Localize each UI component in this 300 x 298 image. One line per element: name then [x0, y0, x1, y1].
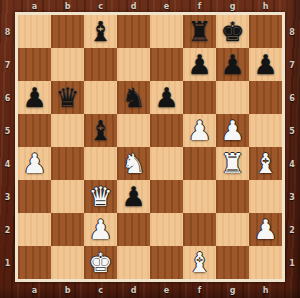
- piece-black-pawn[interactable]: ♟: [121, 180, 145, 213]
- square-e4[interactable]: [150, 147, 183, 180]
- piece-black-bishop[interactable]: ♝: [88, 15, 112, 48]
- square-h4[interactable]: ♝: [249, 147, 282, 180]
- piece-black-pawn[interactable]: ♟: [187, 48, 211, 81]
- square-d5[interactable]: [117, 114, 150, 147]
- square-c7[interactable]: [84, 48, 117, 81]
- square-a3[interactable]: [18, 180, 51, 213]
- file-label-b-bottom: b: [65, 286, 71, 295]
- square-a1[interactable]: [18, 246, 51, 279]
- rank-label-3-right: 3: [289, 192, 295, 201]
- square-h1[interactable]: [249, 246, 282, 279]
- square-f2[interactable]: [183, 213, 216, 246]
- piece-black-pawn[interactable]: ♟: [154, 81, 178, 114]
- piece-black-bishop[interactable]: ♝: [88, 114, 112, 147]
- square-e7[interactable]: [150, 48, 183, 81]
- square-g5[interactable]: ♟: [216, 114, 249, 147]
- square-e2[interactable]: [150, 213, 183, 246]
- piece-black-king[interactable]: ♚: [220, 15, 244, 48]
- square-b7[interactable]: [51, 48, 84, 81]
- square-f1[interactable]: ♝: [183, 246, 216, 279]
- rank-label-5-left: 5: [5, 126, 11, 135]
- square-f7[interactable]: ♟: [183, 48, 216, 81]
- square-e5[interactable]: [150, 114, 183, 147]
- rank-label-6-left: 6: [5, 93, 11, 102]
- square-d7[interactable]: [117, 48, 150, 81]
- file-label-f-bottom: f: [198, 286, 201, 295]
- square-d6[interactable]: ♞: [117, 81, 150, 114]
- square-g7[interactable]: ♟: [216, 48, 249, 81]
- rank-label-8-right: 8: [289, 27, 295, 36]
- piece-black-pawn[interactable]: ♟: [220, 48, 244, 81]
- piece-white-knight[interactable]: ♞: [121, 147, 145, 180]
- square-e1[interactable]: [150, 246, 183, 279]
- piece-white-pawn[interactable]: ♟: [22, 147, 46, 180]
- square-b6[interactable]: ♛: [51, 81, 84, 114]
- piece-black-queen[interactable]: ♛: [55, 81, 79, 114]
- piece-white-queen[interactable]: ♛: [88, 180, 112, 213]
- square-c3[interactable]: ♛: [84, 180, 117, 213]
- square-a4[interactable]: ♟: [18, 147, 51, 180]
- rank-label-2-right: 2: [289, 225, 295, 234]
- square-f6[interactable]: [183, 81, 216, 114]
- square-f8[interactable]: ♜: [183, 15, 216, 48]
- piece-white-bishop[interactable]: ♝: [187, 246, 211, 279]
- square-g6[interactable]: [216, 81, 249, 114]
- square-h2[interactable]: ♟: [249, 213, 282, 246]
- rank-label-1-left: 1: [5, 258, 11, 267]
- square-h5[interactable]: [249, 114, 282, 147]
- square-d3[interactable]: ♟: [117, 180, 150, 213]
- square-h3[interactable]: [249, 180, 282, 213]
- square-d2[interactable]: [117, 213, 150, 246]
- rank-label-1-right: 1: [289, 258, 295, 267]
- square-g3[interactable]: [216, 180, 249, 213]
- file-label-a-top: a: [32, 2, 37, 11]
- file-label-b-top: b: [65, 2, 71, 11]
- rank-label-3-left: 3: [5, 192, 11, 201]
- square-g8[interactable]: ♚: [216, 15, 249, 48]
- square-c8[interactable]: ♝: [84, 15, 117, 48]
- rank-label-4-right: 4: [289, 159, 295, 168]
- rank-label-6-right: 6: [289, 93, 295, 102]
- piece-white-king[interactable]: ♚: [88, 246, 112, 279]
- square-a2[interactable]: [18, 213, 51, 246]
- square-a6[interactable]: ♟: [18, 81, 51, 114]
- piece-white-pawn[interactable]: ♟: [253, 213, 277, 246]
- square-g2[interactable]: [216, 213, 249, 246]
- square-b4[interactable]: [51, 147, 84, 180]
- piece-black-knight[interactable]: ♞: [121, 81, 145, 114]
- square-h6[interactable]: [249, 81, 282, 114]
- square-f4[interactable]: [183, 147, 216, 180]
- square-h7[interactable]: ♟: [249, 48, 282, 81]
- file-label-g-top: g: [230, 2, 236, 11]
- wood-frame: ♝♜♚♟♟♟♟♛♞♟♝♟♟♟♞♜♝♛♟♟♟♚♝ aabbccddeeffgghh…: [0, 0, 300, 298]
- square-a5[interactable]: [18, 114, 51, 147]
- piece-black-pawn[interactable]: ♟: [22, 81, 46, 114]
- file-label-h-bottom: h: [263, 286, 269, 295]
- file-label-c-top: c: [98, 2, 103, 11]
- square-c5[interactable]: ♝: [84, 114, 117, 147]
- rank-label-2-left: 2: [5, 225, 11, 234]
- piece-black-rook[interactable]: ♜: [187, 15, 211, 48]
- square-a8[interactable]: [18, 15, 51, 48]
- square-h8[interactable]: [249, 15, 282, 48]
- file-label-f-top: f: [198, 2, 201, 11]
- square-g1[interactable]: [216, 246, 249, 279]
- rank-label-7-right: 7: [289, 60, 295, 69]
- square-e8[interactable]: [150, 15, 183, 48]
- chess-board: ♝♜♚♟♟♟♟♛♞♟♝♟♟♟♞♜♝♛♟♟♟♚♝: [15, 12, 285, 282]
- square-b2[interactable]: [51, 213, 84, 246]
- square-b3[interactable]: [51, 180, 84, 213]
- file-label-c-bottom: c: [98, 286, 103, 295]
- square-d1[interactable]: [117, 246, 150, 279]
- rank-label-8-left: 8: [5, 27, 11, 36]
- file-label-d-top: d: [131, 2, 137, 11]
- square-a7[interactable]: [18, 48, 51, 81]
- square-b5[interactable]: [51, 114, 84, 147]
- square-e6[interactable]: ♟: [150, 81, 183, 114]
- square-b8[interactable]: [51, 15, 84, 48]
- square-f5[interactable]: ♟: [183, 114, 216, 147]
- file-label-a-bottom: a: [32, 286, 37, 295]
- file-label-e-top: e: [164, 2, 169, 11]
- square-e3[interactable]: [150, 180, 183, 213]
- file-label-g-bottom: g: [230, 286, 236, 295]
- piece-white-bishop[interactable]: ♝: [253, 147, 277, 180]
- piece-white-rook[interactable]: ♜: [220, 147, 244, 180]
- square-d8[interactable]: [117, 15, 150, 48]
- rank-label-5-right: 5: [289, 126, 295, 135]
- square-f3[interactable]: [183, 180, 216, 213]
- piece-black-pawn[interactable]: ♟: [253, 48, 277, 81]
- piece-white-pawn[interactable]: ♟: [220, 114, 244, 147]
- square-c6[interactable]: [84, 81, 117, 114]
- square-c2[interactable]: ♟: [84, 213, 117, 246]
- square-g4[interactable]: ♜: [216, 147, 249, 180]
- file-label-d-bottom: d: [131, 286, 137, 295]
- square-b1[interactable]: [51, 246, 84, 279]
- square-c1[interactable]: ♚: [84, 246, 117, 279]
- file-label-h-top: h: [263, 2, 269, 11]
- file-label-e-bottom: e: [164, 286, 169, 295]
- piece-white-pawn[interactable]: ♟: [187, 114, 211, 147]
- square-c4[interactable]: [84, 147, 117, 180]
- rank-label-7-left: 7: [5, 60, 11, 69]
- piece-white-pawn[interactable]: ♟: [88, 213, 112, 246]
- square-d4[interactable]: ♞: [117, 147, 150, 180]
- rank-label-4-left: 4: [5, 159, 11, 168]
